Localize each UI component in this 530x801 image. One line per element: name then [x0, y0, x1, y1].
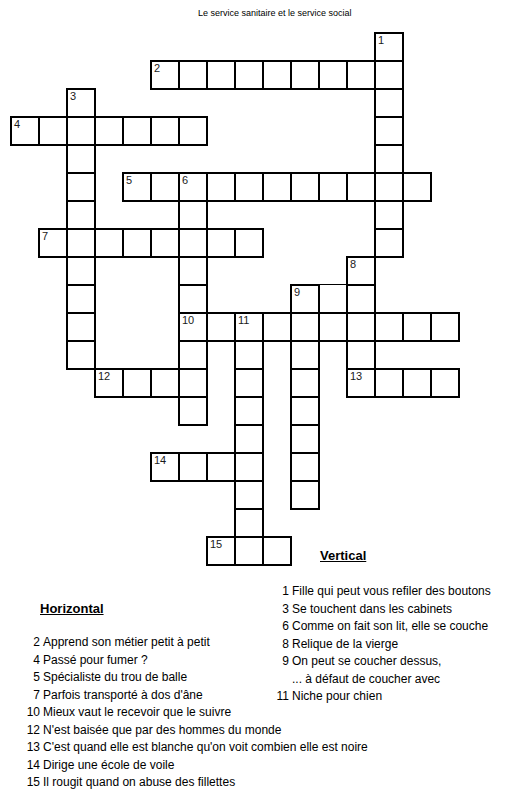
- clue-number: 4: [0, 652, 40, 670]
- clue-line: 13C'est quand elle est blanche qu'on voi…: [0, 739, 368, 757]
- cell-number: 14: [154, 454, 166, 466]
- grid-cell[interactable]: [374, 200, 404, 230]
- grid-cell[interactable]: [234, 424, 264, 454]
- cell-number: 6: [182, 174, 188, 186]
- grid-cell[interactable]: [234, 396, 264, 426]
- clue-line: 3Se touchent dans les cabinets: [245, 601, 491, 619]
- clue-text: Parfois transporté à dos d'âne: [43, 687, 203, 705]
- grid-cell[interactable]: 15: [206, 536, 236, 566]
- grid-cell[interactable]: [122, 228, 152, 258]
- clue-number: 15: [0, 774, 40, 792]
- grid-cell[interactable]: [206, 60, 236, 90]
- grid-cell[interactable]: 14: [150, 452, 180, 482]
- grid-cell[interactable]: [178, 256, 208, 286]
- grid-cell[interactable]: [374, 144, 404, 174]
- clue-number: 13: [0, 739, 40, 757]
- down-clue-list: 1Fille qui peut vous refiler des boutons…: [245, 583, 491, 706]
- clue-text: Comme on fait son lit, elle se couche: [292, 618, 488, 636]
- grid-cell[interactable]: [262, 536, 292, 566]
- grid-cell[interactable]: [178, 452, 208, 482]
- grid-cell[interactable]: 8: [346, 256, 376, 286]
- clue-line: ... à défaut de coucher avec: [245, 671, 491, 689]
- clue-number: 7: [0, 687, 40, 705]
- grid-cell[interactable]: 10: [178, 312, 208, 342]
- grid-cell[interactable]: [206, 312, 236, 342]
- grid-cell[interactable]: [346, 312, 376, 342]
- cell-number: 9: [294, 286, 300, 298]
- grid-cell[interactable]: 6: [178, 172, 208, 202]
- grid-cell[interactable]: [178, 284, 208, 314]
- grid-cell[interactable]: [318, 172, 348, 202]
- grid-cell[interactable]: 3: [66, 88, 96, 118]
- grid-cell[interactable]: 12: [94, 368, 124, 398]
- grid-cell[interactable]: [234, 60, 264, 90]
- cell-number: 7: [42, 230, 48, 242]
- grid-cell[interactable]: [122, 116, 152, 146]
- clue-text: Passé pour fumer ?: [43, 652, 148, 670]
- grid-cell[interactable]: [178, 60, 208, 90]
- grid-cell[interactable]: [206, 452, 236, 482]
- grid-cell[interactable]: [66, 312, 96, 342]
- grid-cell[interactable]: [206, 228, 236, 258]
- grid-cell[interactable]: [430, 368, 460, 398]
- clue-text: Dirige une école de voile: [43, 757, 174, 775]
- grid-cell[interactable]: [402, 312, 432, 342]
- grid-cell[interactable]: [66, 340, 96, 370]
- clue-line: 12N'est baisée que par des hommes du mon…: [0, 722, 368, 740]
- grid-cell[interactable]: [374, 312, 404, 342]
- cell-number: 15: [210, 538, 222, 550]
- grid-cell[interactable]: [374, 228, 404, 258]
- grid-cell[interactable]: [150, 368, 180, 398]
- clue-number: 1: [245, 583, 289, 601]
- cell-number: 3: [70, 90, 76, 102]
- clue-text: Fille qui peut vous refiler des boutons: [292, 583, 491, 601]
- grid-cell[interactable]: [66, 172, 96, 202]
- grid-cell[interactable]: [374, 88, 404, 118]
- grid-cell[interactable]: [290, 424, 320, 454]
- grid-cell[interactable]: [94, 116, 124, 146]
- grid-cell[interactable]: [262, 172, 292, 202]
- cell-number: 11: [238, 314, 249, 326]
- grid-cell[interactable]: [66, 284, 96, 314]
- cell-number: 4: [14, 118, 20, 130]
- grid-cell[interactable]: [206, 172, 236, 202]
- grid-cell[interactable]: [178, 340, 208, 370]
- grid-cell[interactable]: [66, 228, 96, 258]
- grid-cell[interactable]: [402, 368, 432, 398]
- grid-cell[interactable]: [346, 60, 376, 90]
- clue-line: 6Comme on fait son lit, elle se couche: [245, 618, 491, 636]
- grid-cell[interactable]: [262, 312, 292, 342]
- grid-cell[interactable]: [234, 480, 264, 510]
- grid-cell[interactable]: 5: [122, 172, 152, 202]
- grid-cell[interactable]: [290, 368, 320, 398]
- grid-cell[interactable]: [262, 60, 292, 90]
- grid-cell[interactable]: [346, 340, 376, 370]
- grid-cell[interactable]: [178, 396, 208, 426]
- clue-number: 14: [0, 757, 40, 775]
- grid-cell[interactable]: [318, 312, 348, 342]
- clue-number: 6: [245, 618, 289, 636]
- clue-line: 1Fille qui peut vous refiler des boutons: [245, 583, 491, 601]
- grid-cell[interactable]: 7: [38, 228, 68, 258]
- clue-line: 8Relique de la vierge: [245, 636, 491, 654]
- clue-line: 10Mieux vaut le recevoir que le suivre: [0, 704, 368, 722]
- clue-number: 3: [245, 601, 289, 619]
- clue-number: 10: [0, 704, 40, 722]
- clue-number: 9: [245, 653, 289, 671]
- grid-cell[interactable]: [374, 172, 404, 202]
- grid-cell[interactable]: [234, 508, 264, 538]
- clue-text: Relique de la vierge: [292, 636, 398, 654]
- crossword-grid: 245679101112131415138: [0, 0, 530, 570]
- cell-number: 2: [154, 62, 160, 74]
- grid-cell[interactable]: [234, 340, 264, 370]
- clue-number: 11: [245, 688, 289, 706]
- cell-number: 13: [350, 370, 362, 382]
- clue-text: C'est quand elle est blanche qu'on voit …: [43, 739, 368, 757]
- grid-cell[interactable]: [346, 284, 376, 314]
- cell-number: 12: [98, 370, 110, 382]
- clue-text: Spécialiste du trou de balle: [43, 669, 187, 687]
- grid-cell[interactable]: [150, 116, 180, 146]
- clue-number: 8: [245, 636, 289, 654]
- clue-text: Niche pour chien: [292, 688, 382, 706]
- grid-cell[interactable]: [374, 368, 404, 398]
- grid-cell[interactable]: [234, 452, 264, 482]
- grid-cell[interactable]: [178, 228, 208, 258]
- grid-cell[interactable]: [290, 480, 320, 510]
- grid-cell[interactable]: 2: [150, 60, 180, 90]
- clue-line: 15Il rougit quand on abuse des fillettes: [0, 774, 368, 792]
- grid-cell[interactable]: [178, 200, 208, 230]
- across-clues-header: Horizontal: [40, 601, 104, 616]
- grid-cell[interactable]: [290, 312, 320, 342]
- grid-cell[interactable]: [122, 368, 152, 398]
- grid-cell[interactable]: [318, 60, 348, 90]
- grid-cell[interactable]: [402, 172, 432, 202]
- clue-line: 14Dirige une école de voile: [0, 757, 368, 775]
- grid-cell[interactable]: [234, 228, 264, 258]
- clue-line: 11Niche pour chien: [245, 688, 491, 706]
- grid-cell[interactable]: [38, 116, 68, 146]
- clue-number: [245, 671, 289, 689]
- grid-cell[interactable]: [290, 340, 320, 370]
- cell-number: 1: [378, 34, 384, 46]
- grid-cell[interactable]: [346, 172, 376, 202]
- grid-cell[interactable]: [374, 116, 404, 146]
- grid-cell[interactable]: [290, 60, 320, 90]
- grid-cell[interactable]: [94, 228, 124, 258]
- grid-cell[interactable]: [150, 228, 180, 258]
- grid-cell[interactable]: 9: [290, 284, 320, 314]
- cell-number: 5: [126, 174, 132, 186]
- grid-cell[interactable]: [234, 172, 264, 202]
- clue-line: 9On peut se coucher dessus,: [245, 653, 491, 671]
- clue-text: N'est baisée que par des hommes du monde: [43, 722, 281, 740]
- grid-cell[interactable]: [66, 116, 96, 146]
- cell-number: 8: [350, 258, 356, 270]
- grid-cell[interactable]: 11: [234, 312, 264, 342]
- grid-cell[interactable]: [66, 144, 96, 174]
- clue-text: Il rougit quand on abuse des fillettes: [43, 774, 235, 792]
- grid-cell[interactable]: [178, 368, 208, 398]
- grid-cell[interactable]: 4: [10, 116, 40, 146]
- clue-text: On peut se coucher dessus,: [292, 653, 441, 671]
- grid-cell[interactable]: [66, 200, 96, 230]
- grid-cell[interactable]: [234, 536, 264, 566]
- grid-cell[interactable]: [374, 60, 404, 90]
- grid-cell[interactable]: [178, 116, 208, 146]
- grid-cell[interactable]: [150, 172, 180, 202]
- clue-number: 2: [0, 634, 40, 652]
- cell-number: 10: [182, 314, 194, 326]
- clue-text: Mieux vaut le recevoir que le suivre: [43, 704, 231, 722]
- grid-cell[interactable]: [290, 172, 320, 202]
- clue-number: 5: [0, 669, 40, 687]
- grid-cell[interactable]: 13: [346, 368, 376, 398]
- clue-text: Apprend son métier petit à petit: [43, 634, 210, 652]
- clue-number: 12: [0, 722, 40, 740]
- grid-cell[interactable]: 1: [374, 32, 404, 62]
- grid-cell[interactable]: [290, 452, 320, 482]
- grid-cell[interactable]: [290, 396, 320, 426]
- down-clues-header: Vertical: [320, 548, 366, 563]
- grid-cell[interactable]: [234, 368, 264, 398]
- grid-cell[interactable]: [430, 312, 460, 342]
- grid-cell[interactable]: [318, 284, 348, 314]
- clue-text: ... à défaut de coucher avec: [292, 671, 440, 689]
- grid-cell[interactable]: [66, 256, 96, 286]
- clue-text: Se touchent dans les cabinets: [292, 601, 452, 619]
